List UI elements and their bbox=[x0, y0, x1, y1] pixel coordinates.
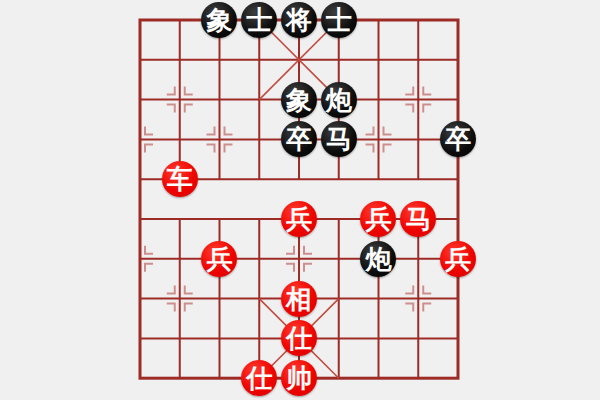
piece-black-horse[interactable]: 马 bbox=[321, 121, 357, 157]
piece-red-advisor[interactable]: 仕 bbox=[281, 320, 317, 356]
piece-black-advisor[interactable]: 士 bbox=[321, 2, 357, 38]
piece-black-advisor[interactable]: 士 bbox=[241, 2, 277, 38]
piece-black-soldier[interactable]: 卒 bbox=[440, 121, 476, 157]
xiangqi-board-diagram: 象士将士象炮卒马卒车兵兵马兵炮兵相仕仕帅 bbox=[0, 0, 600, 400]
piece-red-soldier[interactable]: 兵 bbox=[440, 241, 476, 277]
piece-red-soldier[interactable]: 兵 bbox=[201, 241, 237, 277]
piece-red-soldier[interactable]: 兵 bbox=[360, 201, 396, 237]
piece-red-advisor[interactable]: 仕 bbox=[241, 360, 277, 396]
piece-red-horse[interactable]: 马 bbox=[400, 201, 436, 237]
piece-black-king[interactable]: 将 bbox=[281, 2, 317, 38]
pieces-layer: 象士将士象炮卒马卒车兵兵马兵炮兵相仕仕帅 bbox=[120, 0, 478, 398]
piece-black-soldier[interactable]: 卒 bbox=[281, 121, 317, 157]
piece-black-elephant[interactable]: 象 bbox=[281, 82, 317, 118]
piece-red-king[interactable]: 帅 bbox=[281, 360, 317, 396]
piece-red-soldier[interactable]: 兵 bbox=[281, 201, 317, 237]
piece-red-elephant[interactable]: 相 bbox=[281, 281, 317, 317]
piece-black-elephant[interactable]: 象 bbox=[201, 2, 237, 38]
piece-black-cannon[interactable]: 炮 bbox=[321, 82, 357, 118]
piece-black-cannon[interactable]: 炮 bbox=[360, 241, 396, 277]
piece-red-chariot[interactable]: 车 bbox=[162, 161, 198, 197]
